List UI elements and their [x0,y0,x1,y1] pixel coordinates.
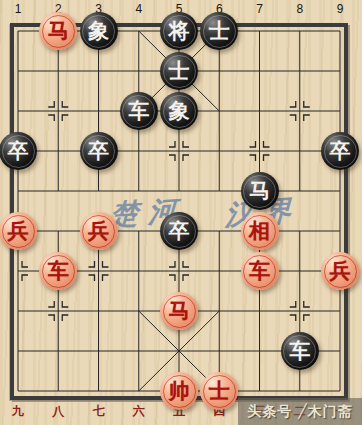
red-piece-帅[interactable]: 帅 [160,372,198,410]
black-piece-车[interactable]: 车 [120,92,158,130]
piece-char: 象 [88,21,109,42]
piece-char: 马 [48,21,69,42]
piece-char: 士 [209,21,230,42]
piece-char: 马 [249,181,270,202]
piece-char: 兵 [330,261,351,282]
black-piece-士[interactable]: 士 [160,52,198,90]
black-piece-卒[interactable]: 卒 [0,132,37,170]
black-piece-马[interactable]: 马 [241,172,279,210]
red-piece-兵[interactable]: 兵 [321,252,359,290]
piece-char: 车 [48,261,69,282]
black-piece-卒[interactable]: 卒 [160,212,198,250]
black-piece-将[interactable]: 将 [160,12,198,50]
piece-char: 象 [169,101,190,122]
black-piece-车[interactable]: 车 [281,332,319,370]
board-point-7-5: 相 [239,211,279,251]
red-piece-车[interactable]: 车 [39,252,77,290]
board-point-5-1: 士 [159,51,199,91]
piece-char: 相 [249,221,270,242]
red-piece-马[interactable]: 马 [160,292,198,330]
board-point-5-7: 马 [159,291,199,331]
board-point-2-6: 车 [38,251,78,291]
board-point-2-0: 马 [38,11,78,51]
watermark-badge: 头条号 ╱木门斋 [238,398,362,425]
red-piece-兵[interactable]: 兵 [80,212,118,250]
piece-char: 卒 [169,221,190,242]
piece-char: 兵 [88,221,109,242]
piece-char: 卒 [330,141,351,162]
piece-char: 卒 [88,141,109,162]
black-piece-象[interactable]: 象 [160,92,198,130]
black-piece-士[interactable]: 士 [200,12,238,50]
board-point-6-9: 士 [199,371,239,411]
red-piece-士[interactable]: 士 [200,372,238,410]
board-point-3-3: 卒 [78,131,118,171]
board-point-1-3: 卒 [0,131,38,171]
piece-char: 卒 [8,141,29,162]
red-piece-车[interactable]: 车 [241,252,279,290]
piece-char: 车 [289,341,310,362]
piece-char: 将 [169,21,190,42]
red-piece-相[interactable]: 相 [241,212,279,250]
piece-char: 兵 [8,221,29,242]
board-point-7-4: 马 [239,171,279,211]
board-point-5-9: 帅 [159,371,199,411]
board-point-1-5: 兵 [0,211,38,251]
board-point-6-0: 士 [199,11,239,51]
board-point-7-6: 车 [239,251,279,291]
red-piece-马[interactable]: 马 [39,12,77,50]
piece-char: 士 [169,61,190,82]
board-point-9-3: 卒 [320,131,360,171]
board-point-3-5: 兵 [78,211,118,251]
black-piece-象[interactable]: 象 [80,12,118,50]
board-point-8-8: 车 [280,331,320,371]
piece-char: 车 [249,261,270,282]
board-point-5-0: 将 [159,11,199,51]
piece-char: 车 [128,101,149,122]
xiangqi-board-screenshot: 123456789 楚河 汉界 马象将士士车象卒卒卒马兵兵卒相车车兵马车帅士 九… [0,0,362,425]
piece-grid[interactable]: 马象将士士车象卒卒卒马兵兵卒相车车兵马车帅士 [0,11,360,411]
board-point-4-2: 车 [119,91,159,131]
board-point-5-5: 卒 [159,211,199,251]
board-point-5-2: 象 [159,91,199,131]
piece-char: 士 [209,381,230,402]
black-piece-卒[interactable]: 卒 [80,132,118,170]
piece-char: 马 [169,301,190,322]
piece-char: 帅 [169,381,190,402]
black-piece-卒[interactable]: 卒 [321,132,359,170]
board-point-3-0: 象 [78,11,118,51]
board-point-9-6: 兵 [320,251,360,291]
red-piece-兵[interactable]: 兵 [0,212,37,250]
